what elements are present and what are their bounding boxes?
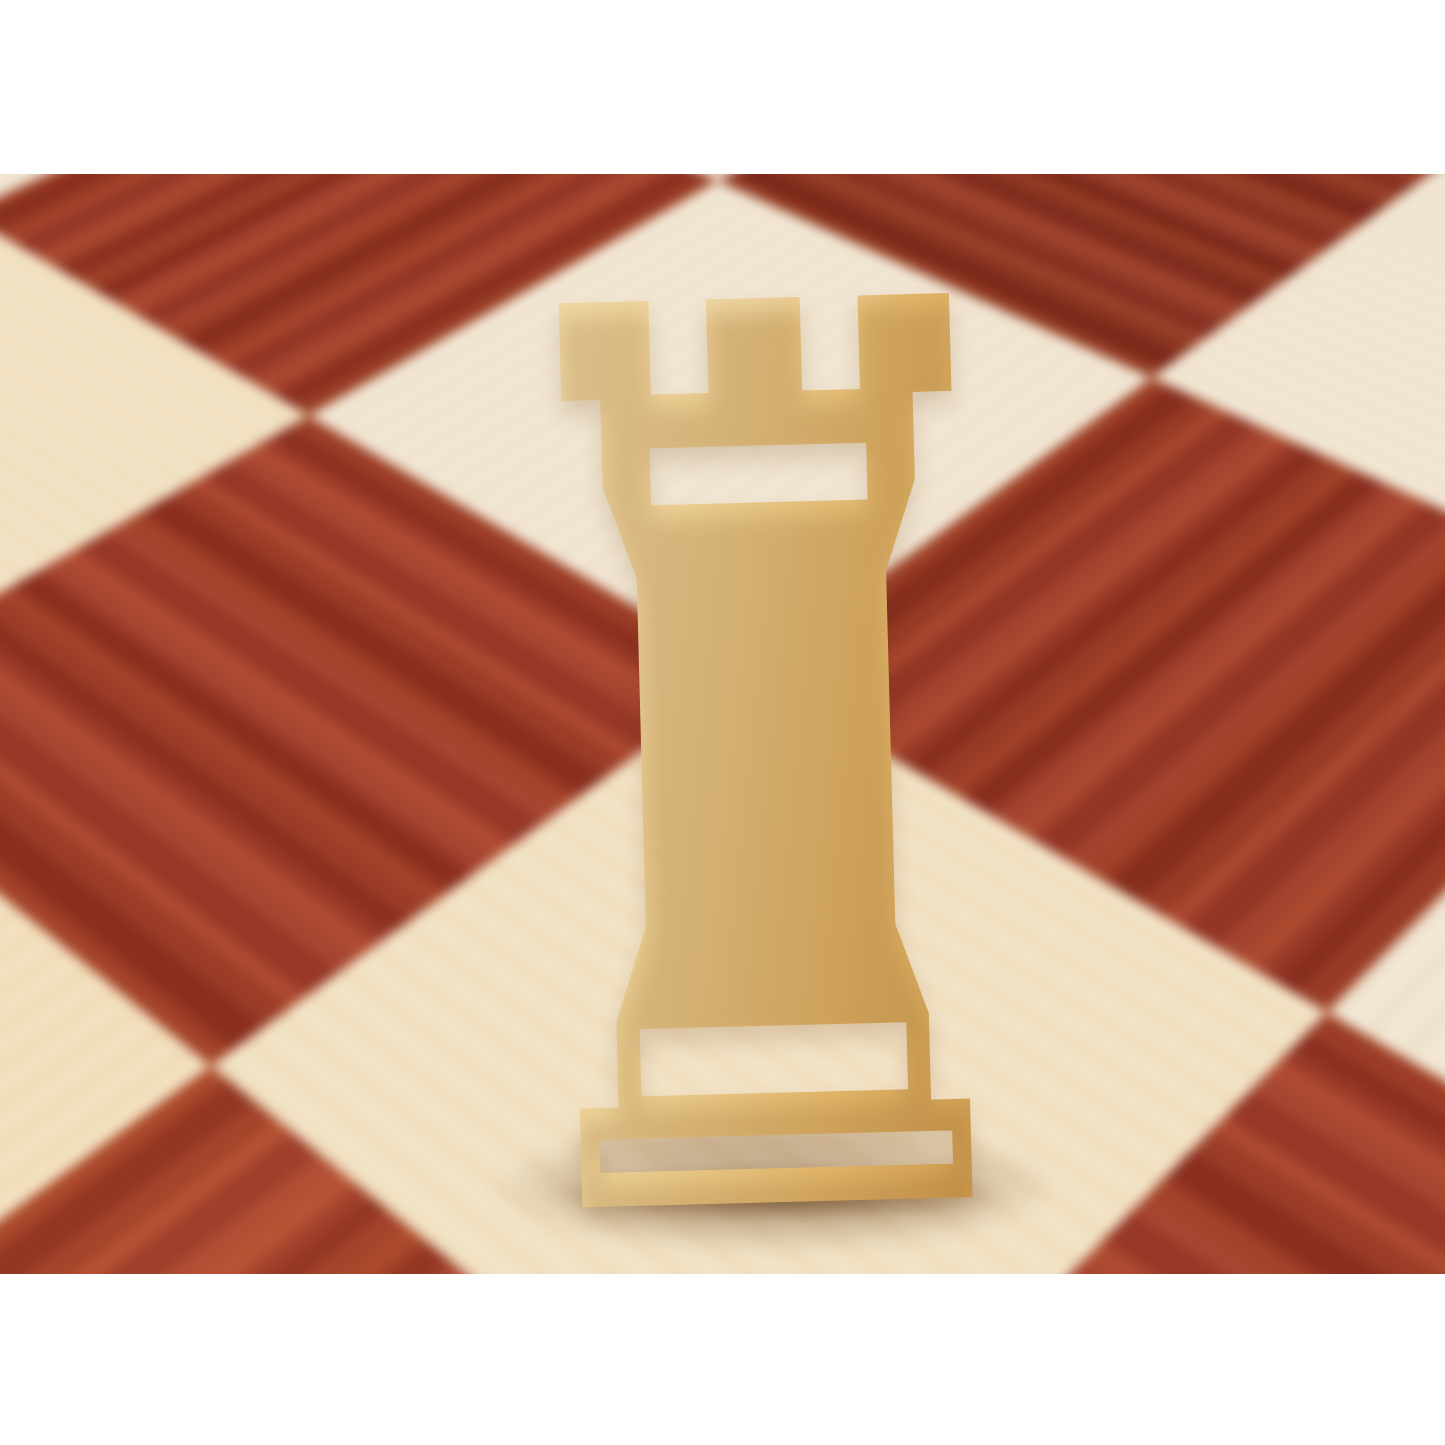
bottom-white-margin [0,1274,1445,1445]
chess-product-photo: ♜ [0,0,1445,1445]
board-photo-area: ♜ [0,174,1445,1274]
rook-glyph: ♜ [437,174,1096,1274]
white-rook-piece: ♜ [440,174,1088,1274]
top-white-margin [0,0,1445,174]
